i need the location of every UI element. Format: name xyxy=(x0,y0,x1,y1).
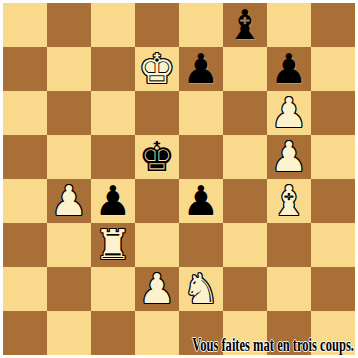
square-c2[interactable] xyxy=(91,267,135,311)
black-king[interactable]: ♚ xyxy=(139,135,176,179)
square-g7[interactable]: ♟ xyxy=(267,47,311,91)
black-pawn[interactable]: ♟ xyxy=(183,47,220,91)
square-c4[interactable]: ♟ xyxy=(91,179,135,223)
square-g8[interactable] xyxy=(267,3,311,47)
square-d1[interactable] xyxy=(135,311,179,355)
square-c3[interactable]: ♜ xyxy=(91,223,135,267)
square-d8[interactable] xyxy=(135,3,179,47)
square-f5[interactable] xyxy=(223,135,267,179)
square-e5[interactable] xyxy=(179,135,223,179)
square-d4[interactable] xyxy=(135,179,179,223)
square-e8[interactable] xyxy=(179,3,223,47)
square-f2[interactable] xyxy=(223,267,267,311)
square-d5[interactable]: ♚ xyxy=(135,135,179,179)
square-f4[interactable] xyxy=(223,179,267,223)
black-bishop[interactable]: ♝ xyxy=(227,3,264,47)
square-d6[interactable] xyxy=(135,91,179,135)
square-h4[interactable] xyxy=(311,179,355,223)
square-e7[interactable]: ♟ xyxy=(179,47,223,91)
black-pawn[interactable]: ♟ xyxy=(183,179,220,223)
square-g3[interactable] xyxy=(267,223,311,267)
square-c8[interactable] xyxy=(91,3,135,47)
square-c6[interactable] xyxy=(91,91,135,135)
square-a5[interactable] xyxy=(3,135,47,179)
white-pawn[interactable]: ♟ xyxy=(271,135,308,179)
square-e6[interactable] xyxy=(179,91,223,135)
white-knight[interactable]: ♞ xyxy=(183,267,220,311)
black-pawn[interactable]: ♟ xyxy=(271,47,308,91)
square-d2[interactable]: ♟ xyxy=(135,267,179,311)
square-b3[interactable] xyxy=(47,223,91,267)
square-a4[interactable] xyxy=(3,179,47,223)
square-c1[interactable] xyxy=(91,311,135,355)
square-h6[interactable] xyxy=(311,91,355,135)
white-bishop[interactable]: ♝ xyxy=(271,179,308,223)
square-e4[interactable]: ♟ xyxy=(179,179,223,223)
square-h7[interactable] xyxy=(311,47,355,91)
square-b4[interactable]: ♟ xyxy=(47,179,91,223)
square-g2[interactable] xyxy=(267,267,311,311)
square-g6[interactable]: ♟ xyxy=(267,91,311,135)
white-king[interactable]: ♚ xyxy=(139,47,176,91)
square-h2[interactable] xyxy=(311,267,355,311)
square-f3[interactable] xyxy=(223,223,267,267)
square-f7[interactable] xyxy=(223,47,267,91)
white-pawn[interactable]: ♟ xyxy=(51,179,88,223)
square-h5[interactable] xyxy=(311,135,355,179)
square-f6[interactable] xyxy=(223,91,267,135)
square-f8[interactable]: ♝ xyxy=(223,3,267,47)
square-c5[interactable] xyxy=(91,135,135,179)
square-b2[interactable] xyxy=(47,267,91,311)
square-a6[interactable] xyxy=(3,91,47,135)
white-pawn[interactable]: ♟ xyxy=(139,267,176,311)
square-b5[interactable] xyxy=(47,135,91,179)
white-rook[interactable]: ♜ xyxy=(95,223,132,267)
square-a1[interactable] xyxy=(3,311,47,355)
white-pawn[interactable]: ♟ xyxy=(271,91,308,135)
square-g4[interactable]: ♝ xyxy=(267,179,311,223)
square-b6[interactable] xyxy=(47,91,91,135)
square-a3[interactable] xyxy=(3,223,47,267)
square-b1[interactable] xyxy=(47,311,91,355)
puzzle-caption: Vous faites mat en trois coups. xyxy=(192,334,354,356)
square-e3[interactable] xyxy=(179,223,223,267)
square-b8[interactable] xyxy=(47,3,91,47)
square-a7[interactable] xyxy=(3,47,47,91)
square-a8[interactable] xyxy=(3,3,47,47)
square-g5[interactable]: ♟ xyxy=(267,135,311,179)
square-c7[interactable] xyxy=(91,47,135,91)
square-h8[interactable] xyxy=(311,3,355,47)
square-b7[interactable] xyxy=(47,47,91,91)
chess-board: ♝♚♟♟♟♚♟♟♟♟♝♜♟♞ xyxy=(3,3,355,355)
square-d7[interactable]: ♚ xyxy=(135,47,179,91)
square-e2[interactable]: ♞ xyxy=(179,267,223,311)
square-d3[interactable] xyxy=(135,223,179,267)
square-h3[interactable] xyxy=(311,223,355,267)
square-a2[interactable] xyxy=(3,267,47,311)
black-pawn[interactable]: ♟ xyxy=(95,179,132,223)
